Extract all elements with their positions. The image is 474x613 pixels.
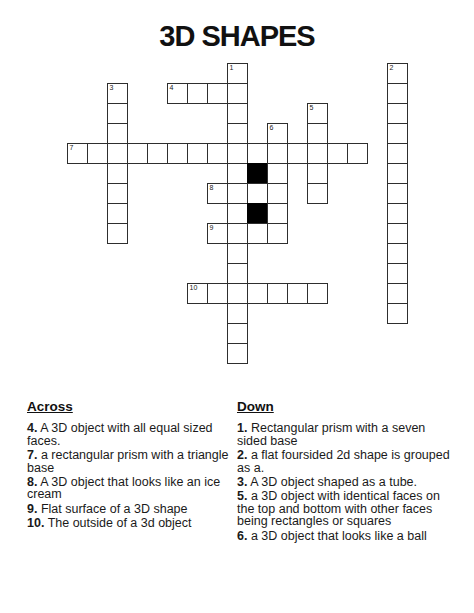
grid-cell[interactable]: 6 — [267, 123, 288, 144]
clue-text: a flat foursided 2d shape is grouped as … — [237, 448, 450, 474]
grid-cell[interactable] — [307, 163, 328, 184]
across-header: Across — [27, 401, 231, 413]
grid-cell[interactable] — [227, 83, 248, 104]
grid-cell[interactable] — [267, 283, 288, 304]
grid-cell[interactable] — [187, 83, 208, 104]
down-header: Down — [237, 401, 454, 413]
across-clue-list: 4. A 3D object with all equal sized face… — [27, 422, 231, 529]
grid-cell[interactable] — [207, 83, 228, 104]
grid-cell[interactable] — [307, 123, 328, 144]
grid-cell[interactable] — [107, 143, 128, 164]
grid-cell[interactable] — [267, 163, 288, 184]
clue-text: A 3D object that looks like an ice cream — [27, 475, 220, 501]
down-clues-section: Down 1. Rectangular prism with a seven s… — [237, 401, 454, 544]
grid-cell[interactable] — [167, 143, 188, 164]
grid-cell[interactable] — [267, 143, 288, 164]
grid-cell[interactable] — [387, 203, 408, 224]
grid-cell[interactable] — [387, 123, 408, 144]
grid-cell[interactable] — [327, 143, 348, 164]
clue-item: 1. Rectangular prism with a seven sided … — [237, 422, 454, 447]
grid-cell[interactable] — [307, 143, 328, 164]
grid-cell[interactable] — [107, 203, 128, 224]
grid-cell[interactable]: 9 — [207, 223, 228, 244]
grid-cell[interactable] — [387, 183, 408, 204]
grid-cell[interactable]: 2 — [387, 63, 408, 84]
clue-item: 7. a rectangular prism with a triangle b… — [27, 449, 231, 474]
clue-text: a rectangular prism with a triangle base — [27, 448, 229, 474]
grid-cell[interactable] — [267, 223, 288, 244]
clue-text: a 3D object that looks like a ball — [247, 529, 426, 543]
grid-cell[interactable] — [227, 263, 248, 284]
clue-item: 9. Flat surface of a 3D shape — [27, 503, 231, 515]
grid-cell[interactable]: 1 — [227, 63, 248, 84]
grid-cell[interactable] — [387, 223, 408, 244]
crossword-grid: 12345678910 — [67, 63, 408, 364]
grid-cell[interactable] — [287, 143, 308, 164]
grid-cell[interactable] — [227, 323, 248, 344]
grid-cell[interactable] — [107, 163, 128, 184]
grid-cell[interactable]: 3 — [107, 83, 128, 104]
grid-cell[interactable] — [387, 303, 408, 324]
down-clue-list: 1. Rectangular prism with a seven sided … — [237, 422, 454, 542]
clue-text: a 3D object with identical faces on the … — [237, 489, 440, 528]
clue-item: 3. A 3D object shaped as a tube. — [237, 476, 454, 488]
grid-cell[interactable] — [267, 203, 288, 224]
black-cell — [247, 163, 268, 184]
grid-cell[interactable] — [227, 303, 248, 324]
clue-number: 10. — [27, 516, 44, 530]
clue-number: 6. — [237, 529, 247, 543]
clue-number: 9. — [27, 502, 37, 516]
clue-item: 5. a 3D object with identical faces on t… — [237, 490, 454, 527]
grid-cell[interactable] — [227, 223, 248, 244]
clue-text: Rectangular prism with a seven sided bas… — [237, 421, 425, 447]
clue-item: 4. A 3D object with all equal sized face… — [27, 422, 231, 447]
clue-item: 8. A 3D object that looks like an ice cr… — [27, 476, 231, 501]
grid-cell[interactable] — [87, 143, 108, 164]
grid-cell[interactable] — [247, 223, 268, 244]
grid-cell[interactable] — [107, 123, 128, 144]
black-cell — [247, 203, 268, 224]
grid-cell[interactable] — [307, 183, 328, 204]
grid-cell[interactable]: 10 — [187, 283, 208, 304]
grid-cell[interactable] — [227, 143, 248, 164]
grid-cell[interactable] — [107, 183, 128, 204]
grid-cell[interactable] — [227, 203, 248, 224]
grid-cell[interactable] — [227, 283, 248, 304]
grid-cell[interactable] — [247, 143, 268, 164]
grid-cell[interactable] — [307, 283, 328, 304]
grid-cell[interactable]: 5 — [307, 103, 328, 124]
grid-cell[interactable] — [127, 143, 148, 164]
grid-cell[interactable] — [387, 143, 408, 164]
crossword-page: 3D SHAPES 12345678910 Across 4. A 3D obj… — [0, 0, 474, 613]
clue-text: A 3D object shaped as a tube. — [247, 475, 417, 489]
grid-cell[interactable] — [387, 263, 408, 284]
grid-cell[interactable] — [287, 283, 308, 304]
puzzle-title: 3D SHAPES — [0, 20, 474, 53]
cell-number: 7 — [70, 144, 74, 152]
grid-cell[interactable] — [107, 103, 128, 124]
clue-text: The outside of a 3d object — [44, 516, 191, 530]
grid-cell[interactable] — [267, 183, 288, 204]
clue-item: 6. a 3D object that looks like a ball — [237, 530, 454, 542]
across-clues-section: Across 4. A 3D object with all equal siz… — [27, 401, 231, 532]
cell-number: 2 — [390, 64, 394, 72]
grid-cell[interactable] — [207, 283, 228, 304]
grid-cell[interactable] — [387, 83, 408, 104]
cell-number: 3 — [110, 84, 114, 92]
grid-cell[interactable] — [227, 243, 248, 264]
grid-cell[interactable] — [227, 343, 248, 364]
clue-number: 3. — [237, 475, 247, 489]
grid-cell[interactable]: 7 — [67, 143, 88, 164]
clue-item: 2. a flat foursided 2d shape is grouped … — [237, 449, 454, 474]
grid-cell[interactable] — [227, 183, 248, 204]
grid-cell[interactable] — [387, 163, 408, 184]
cell-number: 8 — [210, 184, 214, 192]
cell-number: 9 — [210, 224, 214, 232]
grid-cell[interactable] — [247, 183, 268, 204]
grid-cell[interactable] — [227, 123, 248, 144]
cell-number: 5 — [310, 104, 314, 112]
grid-cell[interactable] — [387, 283, 408, 304]
grid-cell[interactable] — [227, 163, 248, 184]
grid-cell[interactable] — [207, 143, 228, 164]
cell-number: 4 — [170, 84, 174, 92]
clue-text: Flat surface of a 3D shape — [37, 502, 187, 516]
grid-cell[interactable] — [147, 143, 168, 164]
grid-cell[interactable] — [227, 103, 248, 124]
grid-cell[interactable]: 8 — [207, 183, 228, 204]
grid-cell[interactable] — [387, 243, 408, 264]
clue-text: A 3D object with all equal sized faces. — [27, 421, 213, 447]
cell-number: 1 — [230, 64, 234, 72]
cell-number: 6 — [270, 124, 274, 132]
grid-cell[interactable] — [187, 143, 208, 164]
grid-cell[interactable] — [247, 283, 268, 304]
grid-cell[interactable]: 4 — [167, 83, 188, 104]
clue-item: 10. The outside of a 3d object — [27, 517, 231, 529]
cell-number: 10 — [190, 284, 198, 292]
grid-cell[interactable] — [387, 103, 408, 124]
grid-cell[interactable] — [107, 223, 128, 244]
grid-cell[interactable] — [347, 143, 368, 164]
